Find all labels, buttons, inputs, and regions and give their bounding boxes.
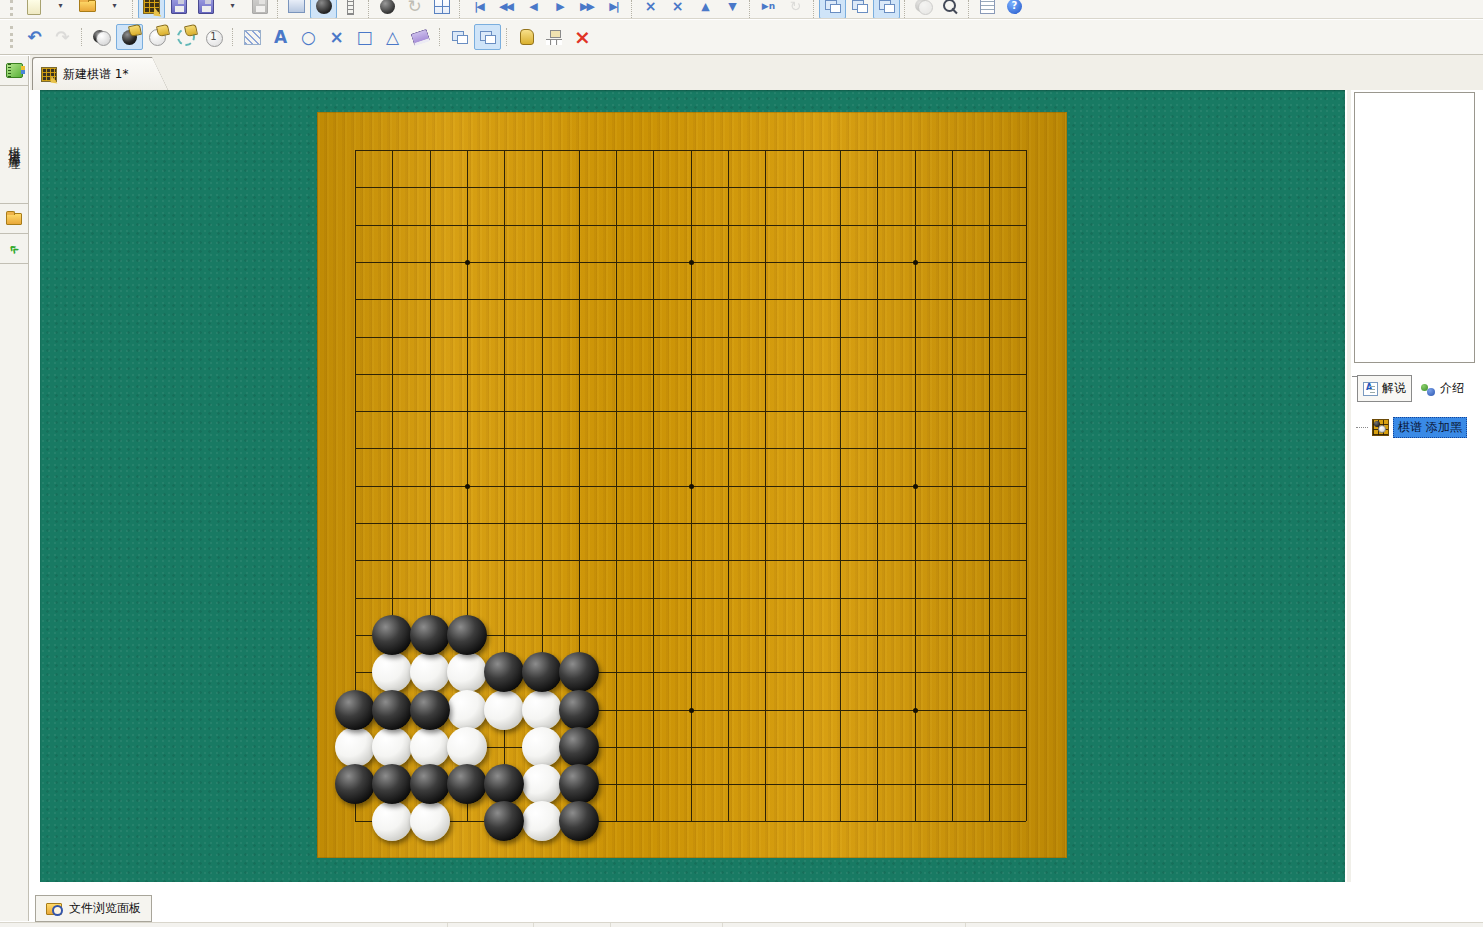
branch-previous-icon: ×	[641, 0, 660, 16]
nav-back-10-icon: ◀◀	[496, 0, 515, 16]
grid-line	[765, 150, 766, 821]
black-stone[interactable]	[372, 615, 412, 655]
library-panel-label: 棋谱库管理	[6, 129, 23, 160]
black-stone[interactable]	[559, 690, 599, 730]
play-alternate-icon	[92, 28, 111, 47]
open-record-icon	[79, 0, 96, 12]
nav-forward-icon: ▶	[550, 0, 569, 16]
sound-effect-icon	[316, 0, 332, 14]
star-point	[913, 708, 918, 713]
mark-square-icon: □	[355, 28, 374, 47]
panel-layout-right-icon	[877, 0, 896, 16]
label-letter-icon: A	[271, 28, 290, 47]
variation-down-icon: ▼	[722, 0, 741, 16]
toolbar-separator	[900, 0, 910, 19]
star-point	[465, 260, 470, 265]
black-stone[interactable]	[559, 801, 599, 841]
variation-down-button[interactable]: ▼	[718, 0, 745, 19]
new-record-icon	[27, 0, 41, 15]
grid-line	[355, 523, 1026, 524]
replay-loop-icon: ↻	[786, 0, 805, 16]
black-stone[interactable]	[335, 690, 375, 730]
nav-last-button[interactable]: ▶|	[600, 0, 627, 19]
board-canvas[interactable]	[40, 90, 1345, 882]
black-stone[interactable]	[559, 652, 599, 692]
toolbar-separator	[128, 0, 138, 19]
toolbar-separator	[627, 0, 637, 19]
toolbar-separator	[273, 0, 283, 19]
mark-triangle-button[interactable]: △	[379, 24, 406, 50]
show-move-number-button[interactable]: 1	[200, 24, 227, 50]
status-divider	[447, 923, 448, 927]
branch-next-icon: ×	[668, 0, 687, 16]
black-stone[interactable]	[447, 615, 487, 655]
grid-line	[952, 150, 953, 821]
nav-forward-10-icon: ▶▶	[577, 0, 596, 16]
mark-cross-button[interactable]: ×	[323, 24, 350, 50]
zoom-board-icon	[941, 0, 960, 16]
add-white-stone-icon	[148, 28, 167, 47]
tree-panel-right-button[interactable]	[474, 24, 501, 50]
tree-item-root[interactable]: 棋谱 添加黑	[1356, 417, 1467, 438]
mark-circle-button[interactable]: ○	[295, 24, 322, 50]
white-stone[interactable]	[447, 727, 487, 767]
remove-stone-button[interactable]	[172, 24, 199, 50]
edit-board-icon	[143, 0, 160, 14]
toolbar-separator	[77, 26, 87, 48]
status-divider	[965, 923, 966, 927]
branch-next-button[interactable]: ×	[664, 0, 691, 19]
open-record-dropdown-icon: ▾	[110, 0, 119, 16]
show-move-number-icon: 1	[204, 28, 223, 47]
file-browser-panel-label: 文件浏览面板	[69, 900, 141, 917]
remove-stone-icon	[176, 28, 195, 47]
star-point	[913, 260, 918, 265]
black-stone[interactable]	[559, 764, 599, 804]
white-stone[interactable]	[522, 690, 562, 730]
white-stone[interactable]	[522, 764, 562, 804]
white-stone[interactable]	[522, 727, 562, 767]
add-black-stone-button[interactable]	[116, 24, 143, 50]
toolbar-grip	[10, 26, 15, 48]
commentary-tree: 棋谱 添加黑	[1352, 405, 1483, 882]
tab-introduction[interactable]: 介绍	[1415, 376, 1469, 401]
goto-move-n-icon: ▶n	[759, 0, 778, 16]
help-button[interactable]: ?	[1001, 0, 1028, 19]
grid-line	[840, 150, 841, 821]
save-record-as-icon	[198, 0, 214, 14]
undo-icon: ↶	[25, 28, 44, 47]
grid-line	[355, 821, 1026, 822]
tree-panel-left-icon	[450, 28, 469, 47]
label-letter-button[interactable]: A	[267, 24, 294, 50]
ruler-button[interactable]	[337, 0, 364, 19]
rotate-board-button[interactable]	[374, 0, 401, 19]
library-folder-button[interactable]	[0, 204, 28, 234]
document-tabstrip: 新建棋谱 1*	[30, 55, 1483, 90]
add-white-stone-button[interactable]	[144, 24, 171, 50]
white-stone[interactable]	[372, 801, 412, 841]
go-board[interactable]	[317, 112, 1067, 858]
jump-arrows-icon: «	[4, 238, 24, 259]
toolbar-grip	[10, 0, 15, 19]
redo-button: ↷	[49, 24, 76, 50]
grid-line	[1026, 150, 1027, 821]
board-range-button[interactable]	[428, 0, 455, 19]
variation-up-button[interactable]: ▲	[691, 0, 718, 19]
library-notebook-button[interactable]	[0, 56, 28, 86]
white-stone[interactable]	[447, 690, 487, 730]
open-record-dropdown-button[interactable]: ▾	[101, 0, 128, 19]
toolbar-separator	[809, 0, 819, 19]
file-browser-panel-button[interactable]: 文件浏览面板	[35, 895, 152, 922]
black-stone[interactable]	[559, 727, 599, 767]
document-tab-label: 新建棋谱 1*	[63, 66, 128, 83]
branch-previous-button[interactable]: ×	[637, 0, 664, 19]
tab-introduction-label: 介绍	[1440, 380, 1464, 397]
white-stone[interactable]	[410, 801, 450, 841]
annotation-icon: A	[1363, 382, 1378, 396]
white-stone[interactable]	[335, 727, 375, 767]
star-point	[689, 708, 694, 713]
export-image-icon	[288, 0, 305, 13]
mark-square-button[interactable]: □	[351, 24, 378, 50]
auto-replay-icon: ↻	[405, 0, 424, 16]
nav-first-icon: |◀	[469, 0, 488, 16]
save-as-dropdown-button[interactable]: ▾	[219, 0, 246, 19]
white-stone[interactable]	[410, 652, 450, 692]
nav-back-button[interactable]: ◀	[519, 0, 546, 19]
library-jump-button[interactable]: «	[0, 234, 28, 264]
panel-splitter[interactable]	[1347, 90, 1351, 882]
black-stone[interactable]	[522, 652, 562, 692]
tree-item-label: 棋谱 添加黑	[1393, 417, 1467, 438]
pan-board-button[interactable]	[513, 24, 540, 50]
grid-line	[989, 150, 990, 821]
grid-line	[355, 560, 1026, 561]
folder-icon	[6, 213, 22, 225]
panel-layout-right-button[interactable]	[873, 0, 900, 19]
nav-first-button[interactable]: |◀	[465, 0, 492, 19]
nav-forward-10-button[interactable]: ▶▶	[573, 0, 600, 19]
record-edit-icon	[41, 67, 57, 82]
new-record-dropdown-button[interactable]: ▾	[47, 0, 74, 19]
status-bar	[0, 922, 1483, 927]
status-divider	[533, 923, 534, 927]
save-all-button	[246, 0, 273, 19]
game-tree-button[interactable]	[541, 24, 568, 50]
panel-layout-both-button[interactable]	[846, 0, 873, 19]
toolbar-separator	[364, 0, 374, 19]
panel-layout-both-icon	[850, 0, 869, 16]
export-image-button[interactable]	[283, 0, 310, 19]
white-stone[interactable]	[372, 652, 412, 692]
white-stone[interactable]	[484, 690, 524, 730]
auto-replay-button[interactable]: ↻	[401, 0, 428, 19]
nav-forward-button[interactable]: ▶	[546, 0, 573, 19]
game-info-box	[1354, 92, 1475, 363]
toolbar-separator	[455, 0, 465, 19]
eraser-button[interactable]	[407, 24, 434, 50]
status-divider	[610, 923, 611, 927]
grid-line	[728, 150, 729, 821]
mark-territory-icon	[244, 30, 261, 45]
black-stone[interactable]	[372, 764, 412, 804]
grid-line	[355, 598, 1026, 599]
document-tab[interactable]: 新建棋谱 1*	[32, 57, 168, 90]
save-record-icon	[171, 0, 187, 14]
zoom-board-button[interactable]	[937, 0, 964, 19]
white-stone[interactable]	[522, 801, 562, 841]
mark-territory-button[interactable]	[239, 24, 266, 50]
sound-effect-button[interactable]	[310, 0, 337, 19]
mark-triangle-icon: △	[383, 28, 402, 47]
nav-back-10-button[interactable]: ◀◀	[492, 0, 519, 19]
game-tree-icon	[545, 28, 564, 47]
tab-commentary[interactable]: A 解说	[1357, 375, 1412, 402]
library-panel-handle[interactable]: 棋谱库管理	[0, 86, 28, 204]
people-icon	[1420, 382, 1436, 396]
redo-icon: ↷	[53, 28, 72, 47]
mark-cross-icon: ×	[327, 28, 346, 47]
record-info-button[interactable]	[974, 0, 1001, 19]
star-point	[689, 260, 694, 265]
new-record-dropdown-icon: ▾	[56, 0, 65, 16]
star-point	[689, 484, 694, 489]
save-all-icon	[252, 0, 268, 14]
add-black-stone-icon	[120, 28, 139, 47]
folder-search-icon	[46, 903, 62, 915]
tab-commentary-label: 解说	[1382, 380, 1406, 397]
black-stone[interactable]	[372, 690, 412, 730]
save-as-dropdown-icon: ▾	[228, 0, 237, 16]
tree-connector	[1356, 427, 1368, 428]
undo-button[interactable]: ↶	[21, 24, 48, 50]
toolbar-separator	[228, 26, 238, 48]
new-record-button[interactable]	[20, 0, 47, 19]
tree-panel-left-button[interactable]	[446, 24, 473, 50]
board-range-icon	[434, 0, 450, 14]
help-icon: ?	[1007, 0, 1022, 14]
toolbar-edit: ↶↷1A○×□△×	[0, 20, 1483, 55]
black-stone[interactable]	[447, 764, 487, 804]
mark-circle-icon: ○	[299, 28, 318, 47]
library-sidebar: 棋谱库管理 «	[0, 56, 29, 921]
black-stone[interactable]	[410, 615, 450, 655]
delete-node-button[interactable]: ×	[569, 24, 596, 50]
grid-line	[877, 150, 878, 821]
black-stone[interactable]	[484, 652, 524, 692]
delete-node-icon: ×	[573, 28, 592, 47]
status-divider	[722, 923, 723, 927]
toolbar-separator	[502, 26, 512, 48]
black-stone[interactable]	[410, 764, 450, 804]
ruler-icon	[347, 0, 354, 15]
black-stone[interactable]	[335, 764, 375, 804]
nav-last-icon: ▶|	[604, 0, 623, 16]
play-alternate-button[interactable]	[88, 24, 115, 50]
rotate-board-icon	[380, 0, 395, 14]
black-stone[interactable]	[484, 801, 524, 841]
panel-layout-left-icon	[823, 0, 842, 16]
white-stone[interactable]	[372, 727, 412, 767]
panel-layout-left-button[interactable]	[819, 0, 846, 19]
save-record-as-button[interactable]	[192, 0, 219, 19]
gameboard-icon	[1372, 419, 1389, 436]
count-territory-button	[910, 0, 937, 19]
toolbar-separator	[435, 26, 445, 48]
grid-line	[803, 150, 804, 821]
black-stone[interactable]	[484, 764, 524, 804]
pan-board-icon	[517, 28, 536, 47]
eraser-icon	[411, 28, 430, 47]
variation-up-icon: ▲	[695, 0, 714, 16]
star-point	[913, 484, 918, 489]
toolbar-separator	[745, 0, 755, 19]
white-stone[interactable]	[447, 652, 487, 692]
nav-back-icon: ◀	[523, 0, 542, 16]
open-record-button[interactable]	[74, 0, 101, 19]
right-panel-tabs: A 解说 介绍	[1352, 372, 1483, 405]
notebook-icon	[6, 63, 23, 78]
replay-loop-button: ↻	[782, 0, 809, 19]
goto-move-n-button[interactable]: ▶n	[755, 0, 782, 19]
count-territory-icon	[914, 0, 933, 16]
edit-board-button[interactable]	[138, 0, 165, 19]
record-info-icon	[980, 0, 995, 14]
white-stone[interactable]	[410, 727, 450, 767]
tree-panel-right-icon	[478, 28, 497, 47]
toolbar-main: ▾▾▾↻|◀◀◀◀▶▶▶▶|××▲▼▶n↻?	[0, 0, 1483, 19]
toolbar-separator	[964, 0, 974, 19]
star-point	[465, 484, 470, 489]
black-stone[interactable]	[410, 690, 450, 730]
save-record-button[interactable]	[165, 0, 192, 19]
